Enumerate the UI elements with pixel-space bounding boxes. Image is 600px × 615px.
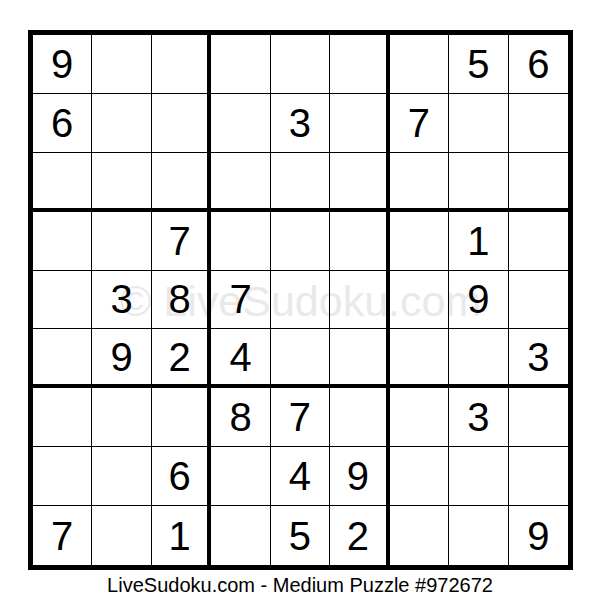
cell-r7c6[interactable] [330,388,389,447]
cell-r6c9[interactable]: 3 [509,329,568,388]
cell-r9c8[interactable] [449,506,508,565]
cell-r4c3[interactable]: 7 [152,212,211,271]
cell-r5c5[interactable] [271,271,330,330]
cell-r1c8[interactable]: 5 [449,35,508,94]
cell-r9c2[interactable] [92,506,151,565]
cell-r7c2[interactable] [92,388,151,447]
cell-r8c1[interactable] [33,447,92,506]
caption: LiveSudoku.com - Medium Puzzle #972672 [0,574,600,597]
cell-r9c5[interactable]: 5 [271,506,330,565]
cell-r8c6[interactable]: 9 [330,447,389,506]
cell-r3c6[interactable] [330,153,389,212]
cell-r2c8[interactable] [449,94,508,153]
cell-r9c1[interactable]: 7 [33,506,92,565]
cell-r7c7[interactable] [390,388,449,447]
cell-r5c8[interactable]: 9 [449,271,508,330]
cell-r7c4[interactable]: 8 [211,388,270,447]
cell-r4c5[interactable] [271,212,330,271]
cell-r8c3[interactable]: 6 [152,447,211,506]
cell-r5c6[interactable] [330,271,389,330]
cell-r5c4[interactable]: 7 [211,271,270,330]
cell-r5c1[interactable] [33,271,92,330]
cell-r3c9[interactable] [509,153,568,212]
cell-r8c7[interactable] [390,447,449,506]
cell-r3c1[interactable] [33,153,92,212]
sudoku-board: © LiveSudoku.com 95663771387992438736497… [28,30,573,570]
cell-r1c9[interactable]: 6 [509,35,568,94]
cell-r3c7[interactable] [390,153,449,212]
cell-r4c2[interactable] [92,212,151,271]
cell-r6c1[interactable] [33,329,92,388]
cell-r2c5[interactable]: 3 [271,94,330,153]
cell-r1c5[interactable] [271,35,330,94]
cell-r1c7[interactable] [390,35,449,94]
cell-r3c3[interactable] [152,153,211,212]
cell-r3c2[interactable] [92,153,151,212]
cell-r5c7[interactable] [390,271,449,330]
cell-r1c3[interactable] [152,35,211,94]
cell-r4c1[interactable] [33,212,92,271]
cell-r2c1[interactable]: 6 [33,94,92,153]
cell-r2c3[interactable] [152,94,211,153]
cell-r4c7[interactable] [390,212,449,271]
cell-r1c4[interactable] [211,35,270,94]
cell-r2c6[interactable] [330,94,389,153]
cell-r6c3[interactable]: 2 [152,329,211,388]
cell-r3c5[interactable] [271,153,330,212]
cell-r5c9[interactable] [509,271,568,330]
cell-r5c2[interactable]: 3 [92,271,151,330]
cell-r9c4[interactable] [211,506,270,565]
cell-r3c4[interactable] [211,153,270,212]
cell-r8c9[interactable] [509,447,568,506]
cell-r7c9[interactable] [509,388,568,447]
cell-r4c8[interactable]: 1 [449,212,508,271]
cell-r6c7[interactable] [390,329,449,388]
cell-r9c9[interactable]: 9 [509,506,568,565]
cell-r4c4[interactable] [211,212,270,271]
cell-r7c5[interactable]: 7 [271,388,330,447]
cell-r8c2[interactable] [92,447,151,506]
cell-r7c3[interactable] [152,388,211,447]
cell-r5c3[interactable]: 8 [152,271,211,330]
cell-r4c6[interactable] [330,212,389,271]
cell-r2c2[interactable] [92,94,151,153]
cell-r6c8[interactable] [449,329,508,388]
cell-r2c9[interactable] [509,94,568,153]
cell-r9c6[interactable]: 2 [330,506,389,565]
cell-r9c3[interactable]: 1 [152,506,211,565]
cell-r6c2[interactable]: 9 [92,329,151,388]
cell-r1c6[interactable] [330,35,389,94]
cell-r6c6[interactable] [330,329,389,388]
cell-r9c7[interactable] [390,506,449,565]
cell-r6c5[interactable] [271,329,330,388]
cell-r1c2[interactable] [92,35,151,94]
cell-r7c8[interactable]: 3 [449,388,508,447]
cell-r3c8[interactable] [449,153,508,212]
cell-r8c4[interactable] [211,447,270,506]
cell-r2c7[interactable]: 7 [390,94,449,153]
cell-r6c4[interactable]: 4 [211,329,270,388]
cell-r1c1[interactable]: 9 [33,35,92,94]
cell-r4c9[interactable] [509,212,568,271]
cell-r8c8[interactable] [449,447,508,506]
cell-r7c1[interactable] [33,388,92,447]
cell-r8c5[interactable]: 4 [271,447,330,506]
cell-r2c4[interactable] [211,94,270,153]
